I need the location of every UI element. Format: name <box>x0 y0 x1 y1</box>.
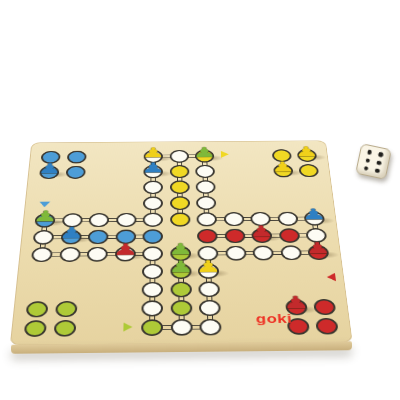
yellow-home-cell[interactable] <box>170 212 190 226</box>
track-cell[interactable] <box>89 213 110 227</box>
track-cell[interactable] <box>280 245 302 260</box>
track-cell[interactable] <box>142 246 163 261</box>
goki-logo: goki <box>242 312 306 327</box>
red-yard-cell[interactable] <box>315 318 339 335</box>
die-pip <box>376 160 381 165</box>
red-home-cell[interactable] <box>278 228 300 243</box>
yellow-yard-cell[interactable] <box>298 164 319 177</box>
blue-home-cell[interactable] <box>88 230 109 245</box>
red-home-cell[interactable] <box>224 229 245 244</box>
green-yard-cell[interactable] <box>53 320 76 337</box>
track-cell[interactable] <box>33 230 55 245</box>
track-cell[interactable] <box>277 212 298 226</box>
scene: goki ♟♟♟♟♟♟♟♟♟♟♟♟♟♟♟♟ <box>0 0 400 400</box>
track-cell[interactable] <box>142 264 163 279</box>
yellow-home-cell[interactable] <box>170 180 190 193</box>
yellow-home-cell[interactable] <box>169 165 189 178</box>
track-cell[interactable] <box>116 213 136 227</box>
red-home-cell[interactable] <box>197 229 218 244</box>
track-cell[interactable] <box>87 247 108 262</box>
track-cell[interactable] <box>141 300 163 316</box>
die-pip <box>375 168 380 173</box>
die-pip <box>365 158 370 163</box>
track-cell[interactable] <box>223 212 244 226</box>
track-cell[interactable] <box>195 165 215 178</box>
track-cell[interactable] <box>252 246 274 261</box>
die[interactable] <box>355 143 392 180</box>
track-cell[interactable] <box>199 319 221 336</box>
die-pip <box>378 152 383 157</box>
track-cell[interactable] <box>169 150 188 163</box>
green-yard-cell[interactable] <box>55 301 78 317</box>
red-start-arrow-icon <box>326 273 336 281</box>
blue-yard-cell[interactable] <box>66 151 86 164</box>
green-yard-cell[interactable] <box>26 301 49 317</box>
die-pip <box>363 165 368 170</box>
track-cell[interactable] <box>59 247 81 262</box>
track-cell[interactable] <box>196 196 216 210</box>
track-cell[interactable] <box>31 247 53 262</box>
track-cell[interactable] <box>142 282 163 298</box>
blue-yard-cell[interactable] <box>65 166 85 179</box>
green-home-cell[interactable] <box>170 300 192 316</box>
track-cell[interactable] <box>225 246 246 261</box>
ludo-board: goki ♟♟♟♟♟♟♟♟♟♟♟♟♟♟♟♟ <box>10 140 353 345</box>
track-cell[interactable] <box>199 300 221 316</box>
green-start-arrow-icon <box>123 323 132 332</box>
track-cell[interactable] <box>196 180 216 193</box>
board-tilt-wrapper: goki ♟♟♟♟♟♟♟♟♟♟♟♟♟♟♟♟ <box>10 140 353 345</box>
blue-home-cell[interactable] <box>142 229 162 244</box>
yellow-start-arrow-icon <box>221 151 229 158</box>
track-cell[interactable] <box>141 319 163 336</box>
track-cell[interactable] <box>143 196 163 210</box>
track-cell[interactable] <box>143 213 163 227</box>
green-yard-cell[interactable] <box>24 320 47 337</box>
track-cell[interactable] <box>170 319 192 336</box>
track-cell[interactable] <box>196 212 217 226</box>
die-pip <box>367 150 372 155</box>
yellow-home-cell[interactable] <box>170 196 190 210</box>
red-yard-cell[interactable] <box>313 299 336 315</box>
track-cell[interactable] <box>143 181 163 195</box>
track-cell[interactable] <box>198 281 220 297</box>
green-home-cell[interactable] <box>170 282 191 298</box>
